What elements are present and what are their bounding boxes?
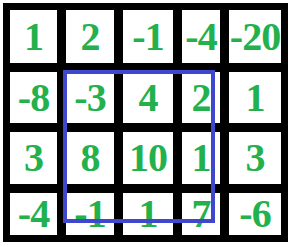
grid-cell: 1 <box>182 132 220 184</box>
grid-cell: 1 <box>10 10 57 63</box>
grid-cell: 2 <box>182 72 220 123</box>
grid-cell: -20 <box>229 10 281 63</box>
grid-cell: -6 <box>229 193 281 235</box>
grid-board: 12-1-4-20-8-3421381013-4-117-6 <box>3 3 288 242</box>
grid-cell: 1 <box>229 72 281 123</box>
grid-cell: 4 <box>123 72 173 123</box>
grid-cell: -4 <box>10 193 57 235</box>
grid-cell: -1 <box>66 193 114 235</box>
grid-cell: 3 <box>229 132 281 184</box>
grid-cell: -3 <box>66 72 114 123</box>
grid-cell: 2 <box>66 10 114 63</box>
grid-cell: 8 <box>66 132 114 184</box>
grid-cell: 1 <box>123 193 173 235</box>
grid-cell: 7 <box>182 193 220 235</box>
grid-cell: -1 <box>123 10 173 63</box>
grid-cell: -8 <box>10 72 57 123</box>
number-grid-diagram: 12-1-4-20-8-3421381013-4-117-6 <box>0 0 293 247</box>
grid-cell: 10 <box>123 132 173 184</box>
grid-cell: -4 <box>182 10 220 63</box>
grid-cell: 3 <box>10 132 57 184</box>
